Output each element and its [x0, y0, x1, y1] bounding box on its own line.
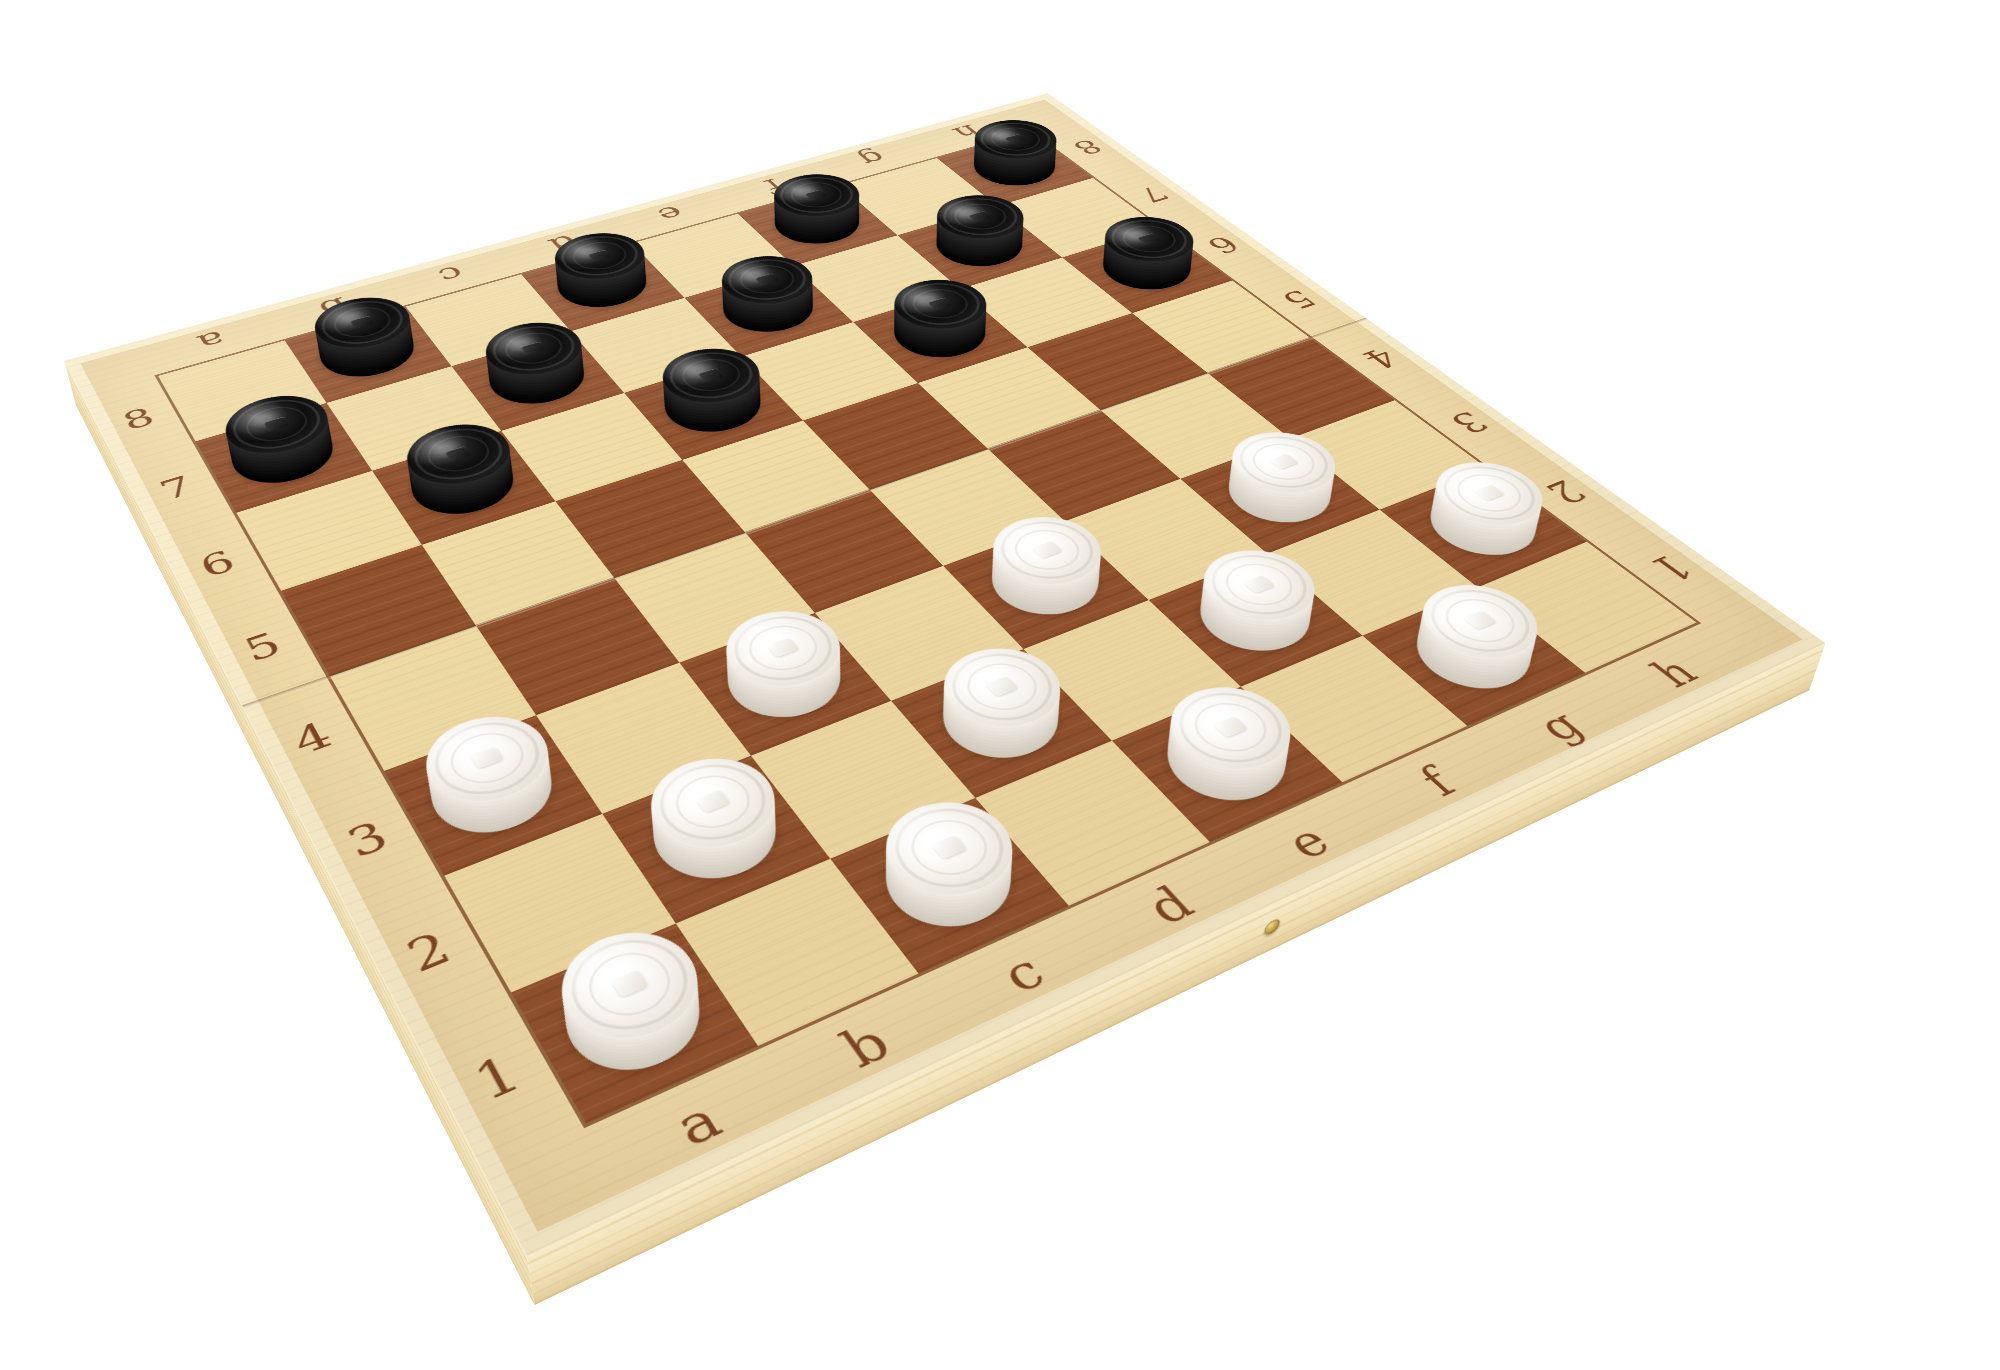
- piece-center-knob: [263, 416, 290, 431]
- piece-black-d8[interactable]: ⛂: [544, 255, 661, 318]
- piece-white-g3[interactable]: ⛀: [1208, 454, 1350, 536]
- piece-black-h8[interactable]: ⛂: [959, 142, 1070, 195]
- piece-center-knob: [696, 790, 730, 813]
- piece-center-knob: [1269, 454, 1298, 470]
- piece-center-knob: [1137, 233, 1162, 245]
- piece-black-f6[interactable]: ⛂: [878, 302, 1003, 369]
- checkers-board: abcdefgh abcdefgh 87654321 87654321 ⛂⛂⛂⛂…: [64, 93, 1825, 1256]
- piece-center-knob: [521, 341, 547, 355]
- piece-center-knob: [767, 638, 799, 658]
- piece-black-b8[interactable]: ⛂: [308, 320, 427, 389]
- piece-black-f8[interactable]: ⛂: [760, 196, 874, 254]
- piece-center-knob: [445, 446, 473, 462]
- piece-black-h6[interactable]: ⛂: [1086, 239, 1207, 300]
- hinge-screw-icon: [1264, 917, 1281, 937]
- piece-center-knob: [350, 316, 375, 329]
- piece-center-knob: [986, 676, 1019, 697]
- piece-center-knob: [1243, 575, 1274, 593]
- product-photo-page: abcdefgh abcdefgh 87654321 87654321 ⛂⛂⛂⛂…: [0, 0, 2000, 1370]
- piece-center-knob: [698, 368, 725, 382]
- piece-center-knob: [1214, 716, 1248, 737]
- piece-black-g7[interactable]: ⛂: [921, 217, 1039, 276]
- piece-center-knob: [587, 250, 611, 262]
- piece-center-knob: [611, 970, 648, 998]
- piece-white-e1[interactable]: ⛀: [1144, 707, 1309, 818]
- piece-black-c7[interactable]: ⛂: [476, 345, 599, 416]
- piece-white-f2[interactable]: ⛀: [1179, 571, 1332, 666]
- piece-black-e7[interactable]: ⛂: [708, 278, 828, 343]
- piece-white-g1[interactable]: ⛀: [1394, 606, 1553, 705]
- piece-black-a7[interactable]: ⛂: [220, 418, 346, 496]
- piece-center-knob: [805, 189, 829, 200]
- piece-center-knob: [1032, 541, 1062, 559]
- piece-white-d2[interactable]: ⛀: [922, 669, 1080, 775]
- piece-white-c1[interactable]: ⛀: [864, 821, 1034, 946]
- piece-center-knob: [1474, 485, 1504, 501]
- piece-black-d6[interactable]: ⛂: [649, 371, 777, 445]
- piece-center-knob: [927, 297, 953, 310]
- piece-white-b2[interactable]: ⛀: [634, 778, 797, 898]
- piece-center-knob: [932, 835, 967, 859]
- checkers-scene: abcdefgh abcdefgh 87654321 87654321 ⛂⛂⛂⛂…: [0, 0, 2000, 1370]
- piece-center-knob: [1464, 611, 1496, 630]
- piece-white-a3[interactable]: ⛀: [415, 737, 571, 852]
- piece-center-knob: [755, 273, 780, 285]
- piece-center-knob: [1004, 134, 1027, 144]
- piece-black-b6[interactable]: ⛂: [398, 446, 529, 527]
- piece-center-knob: [968, 211, 992, 222]
- piece-white-e3[interactable]: ⛀: [972, 538, 1119, 629]
- piece-white-c3[interactable]: ⛀: [709, 632, 860, 734]
- piece-center-knob: [471, 747, 504, 769]
- piece-white-a1[interactable]: ⛀: [546, 950, 722, 1093]
- piece-white-h2[interactable]: ⛀: [1409, 484, 1557, 569]
